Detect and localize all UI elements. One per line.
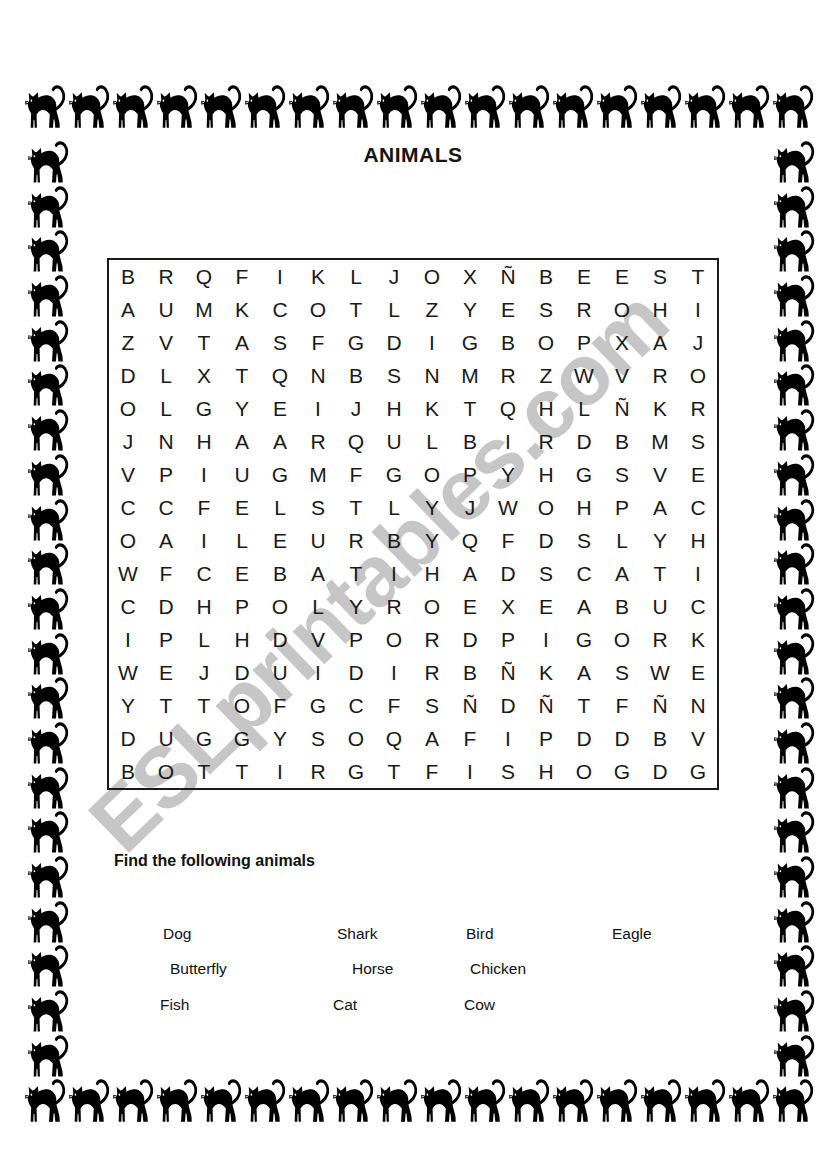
grid-cell: T [679,260,717,293]
cat-border-top [25,84,817,130]
grid-cell: U [147,293,185,326]
grid-cell: I [679,557,717,590]
grid-cell: M [299,458,337,491]
grid-cell: V [641,458,679,491]
grid-cell: E [679,458,717,491]
grid-cell: Y [641,524,679,557]
word-list-item: Shark [337,925,378,943]
grid-cell: Q [451,524,489,557]
black-cat-icon [641,1078,685,1124]
grid-cell: W [489,491,527,524]
grid-cell: F [337,458,375,491]
black-cat-icon [774,229,818,274]
grid-cell: K [527,656,565,689]
grid-cell: N [679,689,717,722]
grid-cell: T [223,359,261,392]
grid-cell: I [489,425,527,458]
grid-cell: T [337,293,375,326]
grid-cell: S [489,755,527,788]
grid-cell: G [337,755,375,788]
grid-cell: S [261,326,299,359]
grid-cell: Y [261,722,299,755]
black-cat-icon [685,84,729,130]
grid-cell: U [641,590,679,623]
black-cat-icon [113,1078,157,1124]
grid-cell: D [489,557,527,590]
word-list-item: Horse [352,960,393,978]
black-cat-icon [28,229,72,274]
black-cat-icon [28,453,72,498]
grid-cell: D [223,656,261,689]
word-list-item: Dog [163,925,191,943]
grid-cell: R [489,359,527,392]
grid-cell: N [413,359,451,392]
grid-cell: H [375,392,413,425]
grid-cell: S [565,524,603,557]
black-cat-icon [28,363,72,408]
black-cat-icon [774,855,818,900]
black-cat-icon [245,1078,289,1124]
black-cat-icon [774,632,818,677]
black-cat-icon [774,989,818,1034]
grid-cell: O [527,491,565,524]
grid-cell: X [489,590,527,623]
black-cat-icon [774,408,818,453]
word-list-item: Fish [160,996,189,1014]
grid-cell: I [413,326,451,359]
grid-cell: R [375,590,413,623]
grid-cell: Ñ [451,689,489,722]
grid-cell: R [413,656,451,689]
grid-cell: S [641,260,679,293]
grid-cell: L [147,359,185,392]
grid-cell: C [261,293,299,326]
black-cat-icon [157,1078,201,1124]
grid-cell: P [223,590,261,623]
grid-cell: R [299,755,337,788]
grid-cell: B [451,425,489,458]
grid-cell: R [565,293,603,326]
black-cat-icon [774,274,818,319]
grid-cell: R [679,392,717,425]
black-cat-icon [774,810,818,855]
grid-cell: R [413,623,451,656]
grid-cell: W [565,359,603,392]
grid-cell: I [299,392,337,425]
grid-cell: O [565,755,603,788]
grid-cell: D [565,425,603,458]
grid-cell: D [641,755,679,788]
grid-cell: P [147,458,185,491]
black-cat-icon [685,1078,729,1124]
grid-cell: T [223,755,261,788]
grid-cell: Q [337,425,375,458]
black-cat-icon [28,676,72,721]
black-cat-icon [157,84,201,130]
word-list-item: Chicken [470,960,526,978]
grid-cell: D [109,722,147,755]
black-cat-icon [774,587,818,632]
grid-cell: G [375,458,413,491]
grid-cell: U [375,425,413,458]
grid-cell: J [337,392,375,425]
black-cat-icon [28,810,72,855]
grid-cell: T [337,491,375,524]
grid-cell: M [451,359,489,392]
grid-cell: F [299,326,337,359]
grid-cell: H [223,623,261,656]
black-cat-icon [773,84,817,130]
grid-cell: R [147,260,185,293]
grid-cell: Q [489,392,527,425]
grid-cell: Y [413,524,451,557]
grid-cell: I [527,623,565,656]
grid-cell: D [565,722,603,755]
black-cat-icon [774,363,818,408]
grid-cell: A [565,656,603,689]
word-list-item: Bird [466,925,494,943]
grid-cell: R [299,425,337,458]
grid-cell: I [489,722,527,755]
grid-cell: K [679,623,717,656]
grid-cell: E [527,590,565,623]
grid-cell: I [679,293,717,326]
grid-cell: S [413,689,451,722]
grid-cell: A [223,326,261,359]
grid-cell: V [679,722,717,755]
black-cat-icon [641,84,685,130]
grid-cell: P [527,722,565,755]
grid-cell: V [299,623,337,656]
cat-border-right [774,140,818,1078]
grid-cell: A [641,326,679,359]
black-cat-icon [25,1078,69,1124]
black-cat-icon [28,1034,72,1079]
grid-cell: L [375,491,413,524]
black-cat-icon [28,632,72,677]
black-cat-icon [289,1078,333,1124]
grid-cell: T [451,392,489,425]
grid-cell: R [527,425,565,458]
grid-cell: E [489,293,527,326]
black-cat-icon [28,944,72,989]
grid-cell: H [527,755,565,788]
grid-cell: U [299,524,337,557]
grid-cell: N [147,425,185,458]
grid-cell: Z [527,359,565,392]
grid-cell: I [109,623,147,656]
black-cat-icon [597,1078,641,1124]
page-title: ANIMALS [0,143,826,167]
black-cat-icon [28,408,72,453]
grid-cell: E [261,392,299,425]
grid-cell: L [147,392,185,425]
grid-cell: G [565,458,603,491]
black-cat-icon [774,900,818,945]
grid-cell: L [375,293,413,326]
grid-cell: Ñ [641,689,679,722]
grid-cell: I [261,755,299,788]
grid-cell: C [679,491,717,524]
grid-cell: B [337,359,375,392]
grid-cell: Ñ [527,689,565,722]
grid-cell: A [565,590,603,623]
grid-cell: D [147,590,185,623]
grid-cell: U [147,722,185,755]
black-cat-icon [113,84,157,130]
grid-cell: T [375,755,413,788]
grid-cell: A [451,557,489,590]
black-cat-icon [28,274,72,319]
black-cat-icon [289,84,333,130]
grid-cell: B [603,425,641,458]
grid-cell: G [565,623,603,656]
grid-cell: F [413,755,451,788]
black-cat-icon [69,1078,113,1124]
grid-cell: G [451,326,489,359]
grid-cell: R [641,623,679,656]
word-list-row: DogSharkBirdEagle [0,925,826,945]
grid-cell: V [147,326,185,359]
grid-cell: R [641,359,679,392]
black-cat-icon [25,84,69,130]
grid-cell: P [565,326,603,359]
grid-cell: N [299,359,337,392]
grid-cell: T [337,557,375,590]
word-list-item: Cow [464,996,495,1014]
grid-cell: H [641,293,679,326]
word-list-row: FishCatCow [0,996,826,1016]
grid-cell: P [337,623,375,656]
grid-cell: S [603,656,641,689]
grid-cell: G [337,326,375,359]
grid-cell: S [527,293,565,326]
black-cat-icon [774,140,818,185]
grid-cell: C [679,590,717,623]
grid-cell: B [109,260,147,293]
grid-cell: H [527,458,565,491]
black-cat-icon [774,498,818,543]
black-cat-icon [28,766,72,811]
cat-border-left [28,140,72,1078]
black-cat-icon [509,84,553,130]
black-cat-icon [201,1078,245,1124]
grid-cell: H [413,557,451,590]
black-cat-icon [774,319,818,364]
grid-cell: F [451,722,489,755]
grid-cell: D [109,359,147,392]
grid-cell: O [413,260,451,293]
worksheet-page: ANIMALS ESLprintables.com BRQFIKLJOXÑBEE… [0,0,826,1169]
grid-cell: H [679,524,717,557]
word-list-row: ButterflyHorseChicken [0,960,826,980]
grid-cell: X [185,359,223,392]
grid-cell: Ñ [603,392,641,425]
black-cat-icon [28,498,72,543]
grid-cell: U [223,458,261,491]
grid-cell: F [147,557,185,590]
grid-cell: G [603,755,641,788]
grid-cell: A [299,557,337,590]
grid-cell: S [527,557,565,590]
grid-cell: L [603,524,641,557]
grid-cell: Y [337,590,375,623]
grid-cell: Y [489,458,527,491]
grid-cell: R [337,524,375,557]
grid-cell: O [223,689,261,722]
grid-cell: J [679,326,717,359]
grid-cell: A [223,425,261,458]
black-cat-icon [774,185,818,230]
grid-cell: K [641,392,679,425]
grid-cell: T [565,689,603,722]
black-cat-icon [465,1078,509,1124]
black-cat-icon [774,721,818,766]
grid-cell: G [679,755,717,788]
grid-cell: E [451,590,489,623]
grid-cell: I [261,260,299,293]
black-cat-icon [421,84,465,130]
grid-cell: C [147,491,185,524]
grid-cell: X [603,326,641,359]
grid-cell: B [527,260,565,293]
grid-cell: E [261,524,299,557]
grid-cell: A [261,425,299,458]
black-cat-icon [201,84,245,130]
black-cat-icon [28,185,72,230]
grid-cell: J [185,656,223,689]
grid-cell: B [489,326,527,359]
black-cat-icon [553,1078,597,1124]
grid-cell: L [261,491,299,524]
cat-border-bottom [25,1078,817,1124]
grid-cell: H [185,425,223,458]
grid-cell: B [603,590,641,623]
black-cat-icon [28,319,72,364]
grid-cell: X [451,260,489,293]
black-cat-icon [774,1034,818,1079]
grid-cell: G [299,689,337,722]
grid-cell: O [679,359,717,392]
grid-cell: A [641,491,679,524]
grid-cell: J [109,425,147,458]
black-cat-icon [774,542,818,587]
grid-cell: O [299,293,337,326]
grid-cell: Y [223,392,261,425]
black-cat-icon [729,1078,773,1124]
grid-cell: S [375,359,413,392]
grid-cell: I [185,524,223,557]
grid-cell: O [413,458,451,491]
grid-cell: J [375,260,413,293]
grid-cell: K [299,260,337,293]
grid-cell: F [489,524,527,557]
grid-cell: K [223,293,261,326]
grid-cell: G [223,722,261,755]
black-cat-icon [333,84,377,130]
grid-cell: D [527,524,565,557]
grid-cell: J [451,491,489,524]
grid-cell: D [337,656,375,689]
grid-cell: G [185,722,223,755]
wordsearch-grid: BRQFIKLJOXÑBEESTAUMKCOTLZYESROHIZVTASFGD… [107,258,719,790]
grid-cell: I [375,557,413,590]
grid-cell: P [603,491,641,524]
grid-cell: O [603,623,641,656]
grid-cell: L [185,623,223,656]
grid-cell: C [109,590,147,623]
grid-cell: S [299,491,337,524]
black-cat-icon [773,1078,817,1124]
grid-cell: Z [413,293,451,326]
grid-cell: C [185,557,223,590]
grid-cell: O [337,722,375,755]
grid-cell: F [261,689,299,722]
grid-cell: L [299,590,337,623]
black-cat-icon [774,944,818,989]
grid-cell: B [109,755,147,788]
grid-cell: C [565,557,603,590]
black-cat-icon [333,1078,377,1124]
grid-cell: F [375,689,413,722]
grid-cell: Y [109,689,147,722]
grid-cell: T [185,755,223,788]
grid-cell: S [603,458,641,491]
black-cat-icon [553,84,597,130]
grid-cell: B [641,722,679,755]
grid-cell: S [299,722,337,755]
grid-cell: I [185,458,223,491]
grid-cell: L [413,425,451,458]
black-cat-icon [421,1078,465,1124]
grid-cell: E [603,260,641,293]
grid-cell: Y [451,293,489,326]
black-cat-icon [28,542,72,587]
black-cat-icon [729,84,773,130]
grid-cell: D [451,623,489,656]
black-cat-icon [774,676,818,721]
grid-cell: M [185,293,223,326]
grid-cell: G [261,458,299,491]
grid-cell: F [223,260,261,293]
grid-cell: A [413,722,451,755]
grid-cell: C [337,689,375,722]
grid-cell: D [375,326,413,359]
grid-cell: B [451,656,489,689]
black-cat-icon [774,766,818,811]
grid-cell: D [261,623,299,656]
grid-cell: Q [261,359,299,392]
grid-cell: L [223,524,261,557]
grid-cell: B [261,557,299,590]
grid-cell: Ñ [489,260,527,293]
grid-cell: S [679,425,717,458]
grid-cell: H [565,491,603,524]
grid-cell: O [147,755,185,788]
grid-cell: M [641,425,679,458]
black-cat-icon [377,84,421,130]
grid-cell: L [337,260,375,293]
black-cat-icon [28,900,72,945]
black-cat-icon [245,84,289,130]
black-cat-icon [28,587,72,632]
black-cat-icon [597,84,641,130]
grid-cell: F [603,689,641,722]
black-cat-icon [69,84,113,130]
grid-cell: I [375,656,413,689]
black-cat-icon [377,1078,421,1124]
grid-cell: Q [375,722,413,755]
